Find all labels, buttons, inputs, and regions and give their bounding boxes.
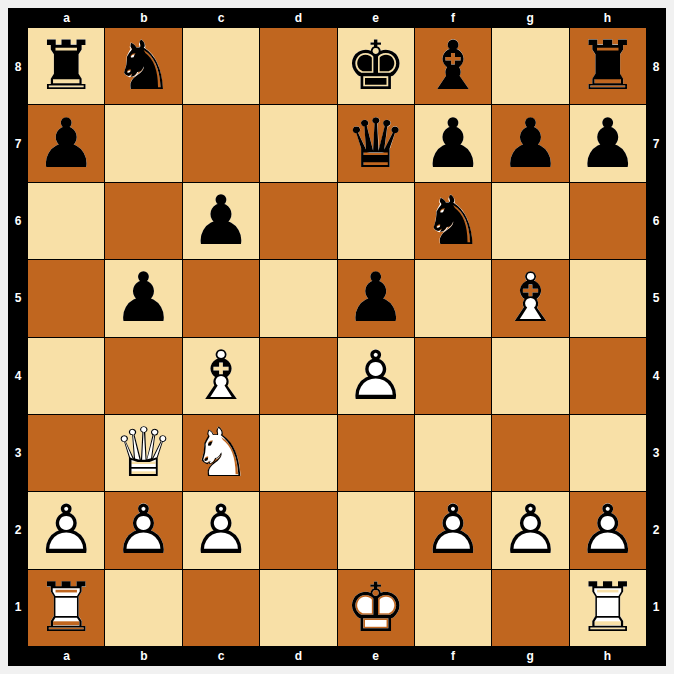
black-king-fill: ♔ — [338, 28, 414, 104]
piece-white-pawn: ♙ — [105, 492, 181, 568]
square-f6[interactable]: ♘♞ — [415, 183, 491, 259]
white-king-fill: ♚ — [338, 570, 414, 646]
rank-label-right-2: 2 — [646, 492, 666, 569]
black-rook-fill: ♖ — [570, 28, 646, 104]
file-label-bottom-h: h — [569, 646, 646, 666]
rank-label-left-7: 7 — [8, 105, 28, 182]
square-h1[interactable]: ♜♖ — [570, 570, 646, 646]
square-a2[interactable]: ♟♙ — [28, 492, 104, 568]
square-c1[interactable] — [183, 570, 259, 646]
file-label-top-h: h — [569, 8, 646, 28]
file-label-bottom-g: g — [492, 646, 569, 666]
white-pawn-fill: ♟ — [183, 492, 259, 568]
black-pawn-fill: ♙ — [492, 105, 568, 181]
square-d3[interactable] — [260, 415, 336, 491]
file-labels-top: abcdefgh — [28, 8, 646, 28]
square-g6[interactable] — [492, 183, 568, 259]
piece-black-pawn: ♟ — [492, 105, 568, 181]
white-pawn-fill: ♟ — [28, 492, 104, 568]
black-knight-fill: ♘ — [105, 28, 181, 104]
piece-white-pawn: ♙ — [338, 338, 414, 414]
square-e3[interactable] — [338, 415, 414, 491]
file-label-top-c: c — [183, 8, 260, 28]
white-pawn-fill: ♟ — [415, 492, 491, 568]
square-a5[interactable] — [28, 260, 104, 336]
square-g4[interactable] — [492, 338, 568, 414]
black-pawn-fill: ♙ — [415, 105, 491, 181]
square-c8[interactable] — [183, 28, 259, 104]
square-d1[interactable] — [260, 570, 336, 646]
rank-labels-right: 87654321 — [646, 28, 666, 646]
piece-white-pawn: ♙ — [183, 492, 259, 568]
square-a1[interactable]: ♜♖ — [28, 570, 104, 646]
piece-black-rook: ♜ — [28, 28, 104, 104]
white-pawn-fill: ♟ — [105, 492, 181, 568]
rank-label-right-6: 6 — [646, 183, 666, 260]
file-label-bottom-c: c — [183, 646, 260, 666]
square-f2[interactable]: ♟♙ — [415, 492, 491, 568]
rank-label-left-4: 4 — [8, 337, 28, 414]
rank-label-left-3: 3 — [8, 414, 28, 491]
piece-black-pawn: ♟ — [105, 260, 181, 336]
white-rook-fill: ♜ — [570, 570, 646, 646]
square-b6[interactable] — [105, 183, 181, 259]
file-label-top-b: b — [105, 8, 182, 28]
white-bishop-fill: ♝ — [492, 260, 568, 336]
piece-black-pawn: ♟ — [570, 105, 646, 181]
black-pawn-fill: ♙ — [338, 260, 414, 336]
square-f8[interactable]: ♗♝ — [415, 28, 491, 104]
piece-white-rook: ♖ — [28, 570, 104, 646]
rank-label-right-1: 1 — [646, 569, 666, 646]
square-a6[interactable] — [28, 183, 104, 259]
rank-label-right-3: 3 — [646, 414, 666, 491]
piece-white-rook: ♖ — [570, 570, 646, 646]
square-f1[interactable] — [415, 570, 491, 646]
square-g8[interactable] — [492, 28, 568, 104]
square-h6[interactable] — [570, 183, 646, 259]
square-g7[interactable]: ♙♟ — [492, 105, 568, 181]
rank-label-right-7: 7 — [646, 105, 666, 182]
square-h8[interactable]: ♖♜ — [570, 28, 646, 104]
rank-labels-left: 87654321 — [8, 28, 28, 646]
piece-white-pawn: ♙ — [415, 492, 491, 568]
black-rook-fill: ♖ — [28, 28, 104, 104]
rank-label-left-1: 1 — [8, 569, 28, 646]
file-label-bottom-d: d — [260, 646, 337, 666]
piece-white-bishop: ♗ — [492, 260, 568, 336]
piece-white-pawn: ♙ — [570, 492, 646, 568]
square-a7[interactable]: ♙♟ — [28, 105, 104, 181]
white-knight-fill: ♞ — [183, 415, 259, 491]
rank-label-left-2: 2 — [8, 492, 28, 569]
rank-label-right-5: 5 — [646, 260, 666, 337]
file-label-top-d: d — [260, 8, 337, 28]
white-queen-fill: ♛ — [105, 415, 181, 491]
piece-white-pawn: ♙ — [28, 492, 104, 568]
square-d5[interactable] — [260, 260, 336, 336]
piece-white-bishop: ♗ — [183, 338, 259, 414]
square-h5[interactable] — [570, 260, 646, 336]
file-label-bottom-f: f — [414, 646, 491, 666]
white-rook-fill: ♜ — [28, 570, 104, 646]
square-h3[interactable] — [570, 415, 646, 491]
square-d8[interactable] — [260, 28, 336, 104]
square-c2[interactable]: ♟♙ — [183, 492, 259, 568]
rank-label-left-8: 8 — [8, 28, 28, 105]
square-d7[interactable] — [260, 105, 336, 181]
square-e6[interactable] — [338, 183, 414, 259]
square-c7[interactable] — [183, 105, 259, 181]
black-pawn-fill: ♙ — [105, 260, 181, 336]
black-queen-fill: ♕ — [338, 105, 414, 181]
rank-label-right-4: 4 — [646, 337, 666, 414]
square-b4[interactable] — [105, 338, 181, 414]
file-label-bottom-b: b — [105, 646, 182, 666]
piece-black-knight: ♞ — [105, 28, 181, 104]
piece-black-pawn: ♟ — [183, 183, 259, 259]
white-bishop-fill: ♝ — [183, 338, 259, 414]
square-b7[interactable] — [105, 105, 181, 181]
white-pawn-fill: ♟ — [570, 492, 646, 568]
square-b2[interactable]: ♟♙ — [105, 492, 181, 568]
piece-black-knight: ♞ — [415, 183, 491, 259]
square-h7[interactable]: ♙♟ — [570, 105, 646, 181]
piece-black-bishop: ♝ — [415, 28, 491, 104]
square-h4[interactable] — [570, 338, 646, 414]
square-f4[interactable] — [415, 338, 491, 414]
square-e8[interactable]: ♔♚ — [338, 28, 414, 104]
file-label-top-e: e — [337, 8, 414, 28]
rank-label-right-8: 8 — [646, 28, 666, 105]
black-pawn-fill: ♙ — [28, 105, 104, 181]
file-labels-bottom: abcdefgh — [28, 646, 646, 666]
square-g5[interactable]: ♝♗ — [492, 260, 568, 336]
piece-black-rook: ♜ — [570, 28, 646, 104]
square-g2[interactable]: ♟♙ — [492, 492, 568, 568]
piece-black-king: ♚ — [338, 28, 414, 104]
square-c4[interactable]: ♝♗ — [183, 338, 259, 414]
file-label-top-a: a — [28, 8, 105, 28]
black-pawn-fill: ♙ — [183, 183, 259, 259]
file-label-top-f: f — [414, 8, 491, 28]
piece-black-pawn: ♟ — [28, 105, 104, 181]
white-pawn-fill: ♟ — [492, 492, 568, 568]
file-label-bottom-a: a — [28, 646, 105, 666]
piece-white-knight: ♘ — [183, 415, 259, 491]
piece-white-king: ♔ — [338, 570, 414, 646]
square-f5[interactable] — [415, 260, 491, 336]
square-h2[interactable]: ♟♙ — [570, 492, 646, 568]
piece-black-pawn: ♟ — [338, 260, 414, 336]
square-a4[interactable] — [28, 338, 104, 414]
square-e1[interactable]: ♚♔ — [338, 570, 414, 646]
square-d6[interactable] — [260, 183, 336, 259]
square-e5[interactable]: ♙♟ — [338, 260, 414, 336]
square-a3[interactable] — [28, 415, 104, 491]
square-f3[interactable] — [415, 415, 491, 491]
square-e7[interactable]: ♕♛ — [338, 105, 414, 181]
black-knight-fill: ♘ — [415, 183, 491, 259]
square-f7[interactable]: ♙♟ — [415, 105, 491, 181]
square-e2[interactable] — [338, 492, 414, 568]
square-b1[interactable] — [105, 570, 181, 646]
square-c5[interactable] — [183, 260, 259, 336]
rank-label-left-5: 5 — [8, 260, 28, 337]
board-grid: ♖♜♘♞♔♚♗♝♖♜♙♟♕♛♙♟♙♟♙♟♙♟♘♞♙♟♙♟♝♗♝♗♟♙♛♕♞♘♟♙… — [28, 28, 646, 646]
white-pawn-fill: ♟ — [338, 338, 414, 414]
black-pawn-fill: ♙ — [570, 105, 646, 181]
black-bishop-fill: ♗ — [415, 28, 491, 104]
piece-white-pawn: ♙ — [492, 492, 568, 568]
square-e4[interactable]: ♟♙ — [338, 338, 414, 414]
square-d4[interactable] — [260, 338, 336, 414]
square-d2[interactable] — [260, 492, 336, 568]
square-b8[interactable]: ♘♞ — [105, 28, 181, 104]
square-b3[interactable]: ♛♕ — [105, 415, 181, 491]
square-a8[interactable]: ♖♜ — [28, 28, 104, 104]
square-c3[interactable]: ♞♘ — [183, 415, 259, 491]
rank-label-left-6: 6 — [8, 183, 28, 260]
piece-black-queen: ♛ — [338, 105, 414, 181]
square-g1[interactable] — [492, 570, 568, 646]
piece-white-queen: ♕ — [105, 415, 181, 491]
chessboard-frame: abcdefgh 87654321 87654321 abcdefgh ♖♜♘♞… — [8, 8, 666, 666]
square-b5[interactable]: ♙♟ — [105, 260, 181, 336]
file-label-top-g: g — [492, 8, 569, 28]
piece-black-pawn: ♟ — [415, 105, 491, 181]
square-g3[interactable] — [492, 415, 568, 491]
file-label-bottom-e: e — [337, 646, 414, 666]
square-c6[interactable]: ♙♟ — [183, 183, 259, 259]
